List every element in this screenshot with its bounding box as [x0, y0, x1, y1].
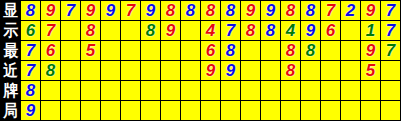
cell-r5c14	[281, 81, 301, 101]
cell-r2c11: 7	[221, 21, 241, 41]
cell-r4c4	[81, 61, 101, 81]
cell-r1c15: 8	[301, 1, 321, 21]
cell-r3c10: 6	[201, 41, 221, 61]
cell-r2c9	[181, 21, 201, 41]
cell-r1c7: 9	[141, 1, 161, 21]
cell-r1c8: 8	[161, 1, 181, 21]
cell-r5c9	[181, 81, 201, 101]
cell-r5c12	[241, 81, 261, 101]
cell-r2c5	[101, 21, 121, 41]
cell-r1c17: 2	[341, 1, 361, 21]
cell-r3c11: 8	[221, 41, 241, 61]
cell-r4c8	[161, 61, 181, 81]
cell-r6c7	[141, 101, 161, 121]
cell-r2c17	[341, 21, 361, 41]
cell-r3c2: 6	[41, 41, 61, 61]
cell-r4c19	[381, 61, 401, 81]
cell-r5c4	[81, 81, 101, 101]
cell-r3c6	[121, 41, 141, 61]
cell-r3c17	[341, 41, 361, 61]
cell-r6c10	[201, 101, 221, 121]
cell-r2c14: 4	[281, 21, 301, 41]
cell-r4c9	[181, 61, 201, 81]
cell-r6c18	[361, 101, 381, 121]
cell-r5c19	[381, 81, 401, 101]
cell-r2c7: 8	[141, 21, 161, 41]
cell-r6c6	[121, 101, 141, 121]
cell-r3c16	[321, 41, 341, 61]
cell-r5c3	[61, 81, 81, 101]
cell-r6c8	[161, 101, 181, 121]
cell-r5c7	[141, 81, 161, 101]
cell-r3c19: 7	[381, 41, 401, 61]
cell-r4c17	[341, 61, 361, 81]
cell-r1c9: 8	[181, 1, 201, 21]
cell-r6c12	[241, 101, 261, 121]
cell-r5c10	[201, 81, 221, 101]
cell-r1c16: 7	[321, 1, 341, 21]
cell-r2c3	[61, 21, 81, 41]
cell-r4c16	[321, 61, 341, 81]
cell-r1c2: 9	[41, 1, 61, 21]
cell-r1c11: 8	[221, 1, 241, 21]
cell-r1c18: 9	[361, 1, 381, 21]
title-char: 局	[1, 101, 20, 121]
cell-r6c5	[101, 101, 121, 121]
board-title-vertical: 显 示 最 近 牌 局	[0, 0, 21, 121]
cell-r1c6: 7	[121, 1, 141, 21]
cell-r1c14: 8	[281, 1, 301, 21]
cell-r6c2	[41, 101, 61, 121]
history-grid: 8979979888899887297678894788496177656888…	[21, 1, 401, 121]
cell-r3c13	[261, 41, 281, 61]
cell-r3c15: 8	[301, 41, 321, 61]
cell-r6c11	[221, 101, 241, 121]
title-char: 近	[1, 61, 20, 81]
cell-r4c5	[101, 61, 121, 81]
cell-r4c14: 8	[281, 61, 301, 81]
title-char: 牌	[1, 81, 20, 101]
cell-r5c8	[161, 81, 181, 101]
cell-r5c17	[341, 81, 361, 101]
cell-r5c11	[221, 81, 241, 101]
cell-r2c6	[121, 21, 141, 41]
cell-r4c18: 5	[361, 61, 381, 81]
cell-r4c6	[121, 61, 141, 81]
cell-r3c8	[161, 41, 181, 61]
cell-r2c15: 9	[301, 21, 321, 41]
cell-r1c3: 7	[61, 1, 81, 21]
cell-r6c1: 9	[21, 101, 41, 121]
cell-r4c10: 9	[201, 61, 221, 81]
cell-r5c18	[361, 81, 381, 101]
cell-r5c15	[301, 81, 321, 101]
recent-games-board: 显 示 最 近 牌 局 8979979888899887297678894788…	[0, 0, 401, 121]
title-char: 最	[1, 41, 20, 61]
cell-r1c13: 9	[261, 1, 281, 21]
cell-r6c19	[381, 101, 401, 121]
cell-r6c13	[261, 101, 281, 121]
cell-r4c12	[241, 61, 261, 81]
cell-r4c3	[61, 61, 81, 81]
cell-r5c6	[121, 81, 141, 101]
cell-r2c4: 8	[81, 21, 101, 41]
cell-r1c4: 9	[81, 1, 101, 21]
cell-r2c2: 7	[41, 21, 61, 41]
cell-r3c1: 7	[21, 41, 41, 61]
cell-r6c15	[301, 101, 321, 121]
cell-r4c15	[301, 61, 321, 81]
cell-r6c14	[281, 101, 301, 121]
cell-r6c3	[61, 101, 81, 121]
cell-r1c19: 7	[381, 1, 401, 21]
cell-r6c17	[341, 101, 361, 121]
cell-r6c16	[321, 101, 341, 121]
cell-r5c1: 8	[21, 81, 41, 101]
cell-r2c12: 8	[241, 21, 261, 41]
cell-r2c13: 8	[261, 21, 281, 41]
cell-r1c5: 9	[101, 1, 121, 21]
cell-r2c19: 7	[381, 21, 401, 41]
cell-r3c5	[101, 41, 121, 61]
cell-r1c1: 8	[21, 1, 41, 21]
cell-r2c18: 1	[361, 21, 381, 41]
cell-r5c13	[261, 81, 281, 101]
cell-r6c9	[181, 101, 201, 121]
cell-r3c7	[141, 41, 161, 61]
cell-r1c12: 9	[241, 1, 261, 21]
cell-r3c9	[181, 41, 201, 61]
cell-r4c1: 7	[21, 61, 41, 81]
cell-r3c3	[61, 41, 81, 61]
cell-r4c13	[261, 61, 281, 81]
cell-r4c11: 9	[221, 61, 241, 81]
cell-r3c12	[241, 41, 261, 61]
title-char: 显	[1, 1, 20, 21]
cell-r5c5	[101, 81, 121, 101]
cell-r5c2	[41, 81, 61, 101]
cell-r3c4: 5	[81, 41, 101, 61]
cell-r3c18: 9	[361, 41, 381, 61]
cell-r2c1: 6	[21, 21, 41, 41]
cell-r2c16: 6	[321, 21, 341, 41]
cell-r4c7	[141, 61, 161, 81]
cell-r5c16	[321, 81, 341, 101]
cell-r1c10: 8	[201, 1, 221, 21]
cell-r3c14: 8	[281, 41, 301, 61]
cell-r6c4	[81, 101, 101, 121]
cell-r4c2: 8	[41, 61, 61, 81]
cell-r2c10: 4	[201, 21, 221, 41]
title-char: 示	[1, 21, 20, 41]
cell-r2c8: 9	[161, 21, 181, 41]
